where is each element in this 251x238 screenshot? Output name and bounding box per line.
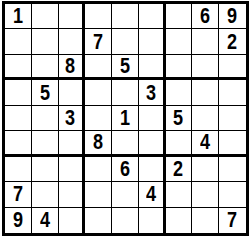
cell-r2c8[interactable] xyxy=(192,29,219,54)
given-digit: 7 xyxy=(93,31,103,53)
cell-r4c2[interactable]: 5 xyxy=(32,80,59,105)
cell-r4c1[interactable] xyxy=(5,80,32,105)
cell-r2c6[interactable] xyxy=(139,29,166,54)
cell-r3c1[interactable] xyxy=(5,55,32,80)
cell-r2c1[interactable] xyxy=(5,29,32,54)
cell-r2c3[interactable] xyxy=(59,29,86,54)
cell-r1c8[interactable]: 6 xyxy=(192,4,219,29)
cell-r6c6[interactable] xyxy=(139,131,166,156)
given-digit: 3 xyxy=(146,82,156,104)
cell-r8c1[interactable]: 7 xyxy=(5,182,32,207)
given-digit: 1 xyxy=(13,5,23,27)
given-digit: 4 xyxy=(200,131,210,153)
cell-r2c4[interactable]: 7 xyxy=(85,29,112,54)
given-digit: 2 xyxy=(174,158,184,180)
cell-r3c3[interactable]: 8 xyxy=(59,55,86,80)
cell-r2c9[interactable]: 2 xyxy=(219,29,246,54)
cell-r6c2[interactable] xyxy=(32,131,59,156)
cell-r4c5[interactable] xyxy=(112,80,139,105)
cell-r2c7[interactable] xyxy=(166,29,193,54)
cell-r3c4[interactable] xyxy=(85,55,112,80)
cell-r7c3[interactable] xyxy=(59,157,86,182)
given-digit: 9 xyxy=(228,5,238,27)
cell-r7c7[interactable]: 2 xyxy=(166,157,193,182)
cell-r5c7[interactable]: 5 xyxy=(166,106,193,131)
cell-r4c3[interactable] xyxy=(59,80,86,105)
cell-r3c2[interactable] xyxy=(32,55,59,80)
cell-r6c4[interactable]: 8 xyxy=(85,131,112,156)
given-digit: 8 xyxy=(93,131,103,153)
cell-r4c6[interactable]: 3 xyxy=(139,80,166,105)
cell-r5c1[interactable] xyxy=(5,106,32,131)
given-digit: 4 xyxy=(40,209,50,231)
cell-r1c1[interactable]: 1 xyxy=(5,4,32,29)
cell-r9c9[interactable]: 7 xyxy=(219,208,246,233)
given-digit: 4 xyxy=(146,183,156,205)
cell-r6c8[interactable]: 4 xyxy=(192,131,219,156)
cell-r6c1[interactable] xyxy=(5,131,32,156)
cell-r7c6[interactable] xyxy=(139,157,166,182)
given-digit: 9 xyxy=(13,209,23,231)
cell-r8c2[interactable] xyxy=(32,182,59,207)
cell-r7c9[interactable] xyxy=(219,157,246,182)
cell-r7c4[interactable] xyxy=(85,157,112,182)
cell-r3c8[interactable] xyxy=(192,55,219,80)
cell-r9c4[interactable] xyxy=(85,208,112,233)
cell-r1c3[interactable] xyxy=(59,4,86,29)
cell-r6c3[interactable] xyxy=(59,131,86,156)
cell-r3c5[interactable]: 5 xyxy=(112,55,139,80)
cell-r1c4[interactable] xyxy=(85,4,112,29)
cell-r4c7[interactable] xyxy=(166,80,193,105)
cell-r5c4[interactable] xyxy=(85,106,112,131)
cell-r9c7[interactable] xyxy=(166,208,193,233)
cell-r3c6[interactable] xyxy=(139,55,166,80)
given-digit: 6 xyxy=(120,158,130,180)
given-digit: 6 xyxy=(200,5,210,27)
sudoku-board: 169728553315846274947 xyxy=(2,1,249,236)
cell-r1c5[interactable] xyxy=(112,4,139,29)
given-digit: 1 xyxy=(120,107,130,129)
given-digit: 7 xyxy=(13,183,23,205)
cell-r1c9[interactable]: 9 xyxy=(219,4,246,29)
cell-r5c8[interactable] xyxy=(192,106,219,131)
cell-r5c5[interactable]: 1 xyxy=(112,106,139,131)
cell-r4c9[interactable] xyxy=(219,80,246,105)
cell-r5c9[interactable] xyxy=(219,106,246,131)
given-digit: 5 xyxy=(174,107,184,129)
cell-r5c3[interactable]: 3 xyxy=(59,106,86,131)
given-digit: 8 xyxy=(65,55,75,77)
cell-r6c5[interactable] xyxy=(112,131,139,156)
given-digit: 5 xyxy=(120,55,130,77)
cell-r7c5[interactable]: 6 xyxy=(112,157,139,182)
cell-r1c7[interactable] xyxy=(166,4,193,29)
cell-r7c8[interactable] xyxy=(192,157,219,182)
cell-r8c4[interactable] xyxy=(85,182,112,207)
cell-r8c7[interactable] xyxy=(166,182,193,207)
cell-r8c3[interactable] xyxy=(59,182,86,207)
given-digit: 2 xyxy=(228,31,238,53)
cell-r3c7[interactable] xyxy=(166,55,193,80)
given-digit: 7 xyxy=(228,209,238,231)
cell-r9c6[interactable] xyxy=(139,208,166,233)
cell-r7c1[interactable] xyxy=(5,157,32,182)
cell-r9c2[interactable]: 4 xyxy=(32,208,59,233)
cell-r5c6[interactable] xyxy=(139,106,166,131)
cell-r6c9[interactable] xyxy=(219,131,246,156)
given-digit: 5 xyxy=(40,82,50,104)
cell-r7c2[interactable] xyxy=(32,157,59,182)
cell-r1c2[interactable] xyxy=(32,4,59,29)
cell-r8c5[interactable] xyxy=(112,182,139,207)
cell-r9c1[interactable]: 9 xyxy=(5,208,32,233)
cell-r6c7[interactable] xyxy=(166,131,193,156)
cell-r2c5[interactable] xyxy=(112,29,139,54)
cell-r9c3[interactable] xyxy=(59,208,86,233)
cell-r8c8[interactable] xyxy=(192,182,219,207)
cell-r8c6[interactable]: 4 xyxy=(139,182,166,207)
cell-r4c4[interactable] xyxy=(85,80,112,105)
cell-r9c8[interactable] xyxy=(192,208,219,233)
cell-r8c9[interactable] xyxy=(219,182,246,207)
given-digit: 3 xyxy=(65,107,75,129)
cell-r9c5[interactable] xyxy=(112,208,139,233)
cell-r2c2[interactable] xyxy=(32,29,59,54)
cell-r3c9[interactable] xyxy=(219,55,246,80)
cell-r4c8[interactable] xyxy=(192,80,219,105)
cell-r5c2[interactable] xyxy=(32,106,59,131)
cell-r1c6[interactable] xyxy=(139,4,166,29)
